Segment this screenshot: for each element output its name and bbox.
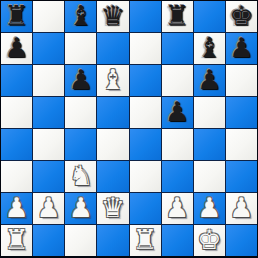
square-e2[interactable] [130, 193, 161, 224]
piece-black-pawn[interactable]: ♟ [197, 66, 221, 93]
square-e7[interactable] [130, 33, 161, 64]
square-c5[interactable] [65, 97, 96, 128]
square-d5[interactable] [97, 97, 128, 128]
piece-white-pawn[interactable]: ♟ [229, 194, 253, 221]
square-f8[interactable]: ♜ [162, 1, 193, 32]
piece-white-knight[interactable]: ♞ [69, 162, 93, 189]
square-d4[interactable] [97, 129, 128, 160]
square-e5[interactable] [130, 97, 161, 128]
piece-black-king[interactable]: ♚ [229, 2, 253, 29]
piece-black-pawn[interactable]: ♟ [165, 98, 189, 125]
square-b2[interactable]: ♟ [33, 193, 64, 224]
square-h6[interactable] [226, 65, 257, 96]
piece-white-bishop[interactable]: ♝ [101, 66, 125, 93]
piece-white-pawn[interactable]: ♟ [37, 194, 61, 221]
piece-black-bishop[interactable]: ♝ [69, 2, 93, 29]
piece-white-rook[interactable]: ♜ [133, 226, 157, 253]
square-a2[interactable]: ♟ [1, 193, 32, 224]
square-d7[interactable] [97, 33, 128, 64]
piece-black-pawn[interactable]: ♟ [4, 34, 28, 61]
square-h1[interactable] [226, 225, 257, 256]
square-a6[interactable] [1, 65, 32, 96]
square-b8[interactable] [33, 1, 64, 32]
piece-black-rook[interactable]: ♜ [4, 2, 28, 29]
square-f6[interactable] [162, 65, 193, 96]
piece-black-pawn[interactable]: ♟ [229, 34, 253, 61]
square-c7[interactable] [65, 33, 96, 64]
square-d2[interactable]: ♛ [97, 193, 128, 224]
square-c4[interactable] [65, 129, 96, 160]
square-b6[interactable] [33, 65, 64, 96]
square-f5[interactable]: ♟ [162, 97, 193, 128]
square-b3[interactable] [33, 161, 64, 192]
square-a3[interactable] [1, 161, 32, 192]
square-f3[interactable] [162, 161, 193, 192]
square-f4[interactable] [162, 129, 193, 160]
piece-black-rook[interactable]: ♜ [165, 2, 189, 29]
square-b7[interactable] [33, 33, 64, 64]
piece-white-rook[interactable]: ♜ [4, 226, 28, 253]
square-h5[interactable] [226, 97, 257, 128]
square-c6[interactable]: ♟ [65, 65, 96, 96]
square-a7[interactable]: ♟ [1, 33, 32, 64]
square-h3[interactable] [226, 161, 257, 192]
square-b1[interactable] [33, 225, 64, 256]
square-d1[interactable] [97, 225, 128, 256]
square-e1[interactable]: ♜ [130, 225, 161, 256]
square-f7[interactable] [162, 33, 193, 64]
piece-black-queen[interactable]: ♛ [101, 2, 125, 29]
piece-black-bishop[interactable]: ♝ [197, 34, 221, 61]
piece-black-pawn[interactable]: ♟ [69, 66, 93, 93]
square-g8[interactable] [194, 1, 225, 32]
square-e4[interactable] [130, 129, 161, 160]
piece-white-pawn[interactable]: ♟ [197, 194, 221, 221]
square-b5[interactable] [33, 97, 64, 128]
square-f1[interactable] [162, 225, 193, 256]
square-e6[interactable] [130, 65, 161, 96]
square-g1[interactable]: ♚ [194, 225, 225, 256]
square-d8[interactable]: ♛ [97, 1, 128, 32]
square-c2[interactable]: ♟ [65, 193, 96, 224]
square-h8[interactable]: ♚ [226, 1, 257, 32]
square-d3[interactable] [97, 161, 128, 192]
square-g2[interactable]: ♟ [194, 193, 225, 224]
square-c1[interactable] [65, 225, 96, 256]
square-e8[interactable] [130, 1, 161, 32]
square-a8[interactable]: ♜ [1, 1, 32, 32]
square-e3[interactable] [130, 161, 161, 192]
piece-white-king[interactable]: ♚ [197, 226, 221, 253]
piece-white-pawn[interactable]: ♟ [165, 194, 189, 221]
square-b4[interactable] [33, 129, 64, 160]
square-g3[interactable] [194, 161, 225, 192]
piece-white-pawn[interactable]: ♟ [69, 194, 93, 221]
square-g5[interactable] [194, 97, 225, 128]
square-h7[interactable]: ♟ [226, 33, 257, 64]
square-g6[interactable]: ♟ [194, 65, 225, 96]
square-a4[interactable] [1, 129, 32, 160]
piece-white-queen[interactable]: ♛ [101, 194, 125, 221]
piece-white-pawn[interactable]: ♟ [4, 194, 28, 221]
square-c3[interactable]: ♞ [65, 161, 96, 192]
square-h4[interactable] [226, 129, 257, 160]
square-a1[interactable]: ♜ [1, 225, 32, 256]
square-a5[interactable] [1, 97, 32, 128]
square-g7[interactable]: ♝ [194, 33, 225, 64]
chess-board-container: ♜♝♛♜♚♟♝♟♟♝♟♟♞♟♟♟♛♟♟♟♜♜♚ [0, 0, 258, 258]
square-d6[interactable]: ♝ [97, 65, 128, 96]
square-c8[interactable]: ♝ [65, 1, 96, 32]
square-g4[interactable] [194, 129, 225, 160]
chess-board: ♜♝♛♜♚♟♝♟♟♝♟♟♞♟♟♟♛♟♟♟♜♜♚ [0, 0, 258, 258]
square-h2[interactable]: ♟ [226, 193, 257, 224]
square-f2[interactable]: ♟ [162, 193, 193, 224]
